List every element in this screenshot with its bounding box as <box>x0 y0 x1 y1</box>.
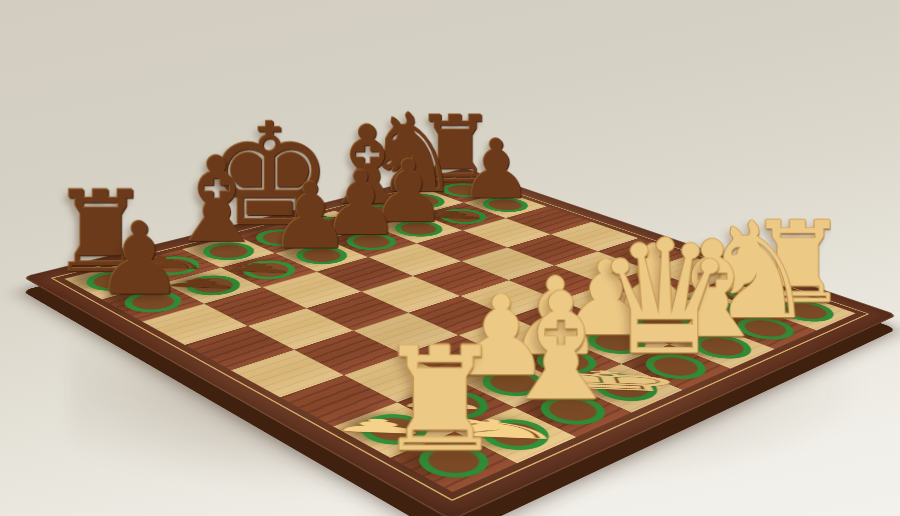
piece-bP[interactable]: ♟ <box>25 214 254 306</box>
chess-set-photo: ♜♟♟♜♞♟♟♞♝♟♟♝♛♟♟♛♚♟♟♚♝♟♟♝♞♟♟♞♜♟♟♜ <box>0 0 900 516</box>
piece-wR[interactable]: ♜ <box>298 334 581 467</box>
